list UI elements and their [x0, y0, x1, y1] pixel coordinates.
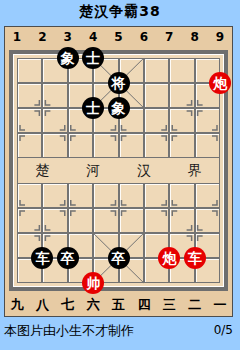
river: 楚河汉界 [0, 162, 240, 180]
board-cell [68, 133, 93, 158]
board-cell [68, 208, 93, 233]
file-label-top: 1 [13, 30, 21, 44]
file-label-top: 4 [89, 30, 97, 44]
file-labels-bottom: 九八七六五四三二一 [0, 296, 240, 314]
piece-black-advisor: 士 [82, 97, 104, 119]
board-cell [144, 58, 169, 83]
board-cell [169, 208, 194, 233]
river-char: 汉 [137, 162, 151, 180]
board-cell [144, 83, 169, 108]
board-cell [17, 208, 42, 233]
board-cell [144, 208, 169, 233]
file-labels-top: 123456789 [0, 30, 240, 46]
board-cell [119, 208, 144, 233]
file-label-bottom: 七 [61, 296, 74, 314]
board-cell [42, 208, 67, 233]
board-cell [195, 108, 220, 133]
piece-black-general: 将 [108, 72, 130, 94]
file-label-top: 9 [216, 30, 224, 44]
board-cell [42, 183, 67, 208]
move-counter: 0/5 [214, 323, 233, 337]
board-cell [119, 183, 144, 208]
piece-black-advisor: 士 [82, 47, 104, 69]
piece-black-elephant: 象 [57, 47, 79, 69]
board-cell [68, 183, 93, 208]
file-label-top: 6 [140, 30, 148, 44]
piece-red-cannon: 炮 [209, 72, 231, 94]
board-cell [169, 108, 194, 133]
board-cell [119, 133, 144, 158]
file-label-bottom: 六 [87, 296, 100, 314]
river-char: 楚 [35, 162, 49, 180]
board-cell [42, 83, 67, 108]
file-label-bottom: 八 [36, 296, 49, 314]
board-cell [93, 208, 118, 233]
board-cell [17, 133, 42, 158]
board-cell [169, 183, 194, 208]
piece-red-general: 帅 [82, 272, 104, 294]
board-cell [195, 208, 220, 233]
file-label-bottom: 三 [163, 296, 176, 314]
file-label-top: 2 [38, 30, 46, 44]
file-label-bottom: 五 [112, 296, 125, 314]
board-cell [42, 108, 67, 133]
river-char: 界 [188, 162, 202, 180]
board-cell [144, 183, 169, 208]
piece-black-elephant: 象 [108, 97, 130, 119]
board-cell [17, 108, 42, 133]
board-cell [17, 58, 42, 83]
piece-red-chariot: 车 [184, 247, 206, 269]
board-cell [42, 133, 67, 158]
file-label-top: 3 [64, 30, 72, 44]
file-label-bottom: 九 [11, 296, 24, 314]
file-label-top: 5 [114, 30, 122, 44]
file-label-bottom: 一 [214, 296, 227, 314]
file-label-top: 7 [165, 30, 173, 44]
piece-black-soldier: 卒 [57, 247, 79, 269]
board-cell [169, 83, 194, 108]
board-cell [169, 58, 194, 83]
piece-black-soldier: 卒 [108, 247, 130, 269]
river-char: 河 [86, 162, 100, 180]
page-title: 楚汉争霸38 [0, 3, 240, 21]
board-cell [17, 183, 42, 208]
board-cell [144, 108, 169, 133]
board-cell [144, 133, 169, 158]
board-cell [93, 133, 118, 158]
footer-credit: 本图片由小生不才制作 [4, 322, 134, 340]
board-cell [169, 133, 194, 158]
board-cell [195, 183, 220, 208]
file-label-bottom: 二 [188, 296, 201, 314]
file-label-top: 8 [190, 30, 198, 44]
board-cell [17, 83, 42, 108]
board-cell [195, 133, 220, 158]
file-label-bottom: 四 [137, 296, 150, 314]
page: 楚汉争霸38 楚河汉界 123456789 九八七六五四三二一 象士将炮士象车卒… [0, 0, 240, 350]
board-cell [93, 183, 118, 208]
